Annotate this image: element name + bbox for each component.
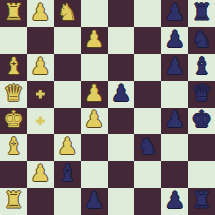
piece-yellow-pawn[interactable]: ♟ — [84, 28, 105, 51]
square-b5[interactable] — [27, 81, 54, 108]
square-e4[interactable] — [108, 108, 135, 135]
square-e2[interactable] — [108, 161, 135, 188]
square-b2[interactable]: ♟ — [27, 161, 54, 188]
square-a1[interactable]: ♜ — [0, 188, 27, 215]
piece-blue-pawn[interactable]: ♟ — [111, 82, 132, 105]
piece-yellow-rook[interactable]: ♜ — [3, 1, 24, 24]
square-g8[interactable]: ♟ — [161, 0, 188, 27]
piece-blue-bishop[interactable]: ♝ — [191, 55, 212, 78]
square-e6[interactable] — [108, 54, 135, 81]
move-hint-dot[interactable] — [36, 116, 45, 125]
piece-blue-bishop[interactable]: ♝ — [57, 162, 78, 185]
square-h7[interactable]: ♞ — [188, 27, 215, 54]
square-g7[interactable]: ♟ — [161, 27, 188, 54]
piece-blue-queen[interactable]: ♛ — [191, 82, 212, 105]
square-a2[interactable] — [0, 161, 27, 188]
piece-yellow-pawn[interactable]: ♟ — [30, 162, 51, 185]
square-a7[interactable] — [0, 27, 27, 54]
square-g4[interactable]: ♟ — [161, 108, 188, 135]
square-d5[interactable]: ♟ — [81, 81, 108, 108]
piece-blue-pawn[interactable]: ♟ — [164, 1, 185, 24]
square-b1[interactable] — [27, 188, 54, 215]
square-f6[interactable] — [134, 54, 161, 81]
square-e3[interactable] — [108, 134, 135, 161]
square-g2[interactable] — [161, 161, 188, 188]
piece-yellow-bishop[interactable]: ♝ — [3, 135, 24, 158]
square-h5[interactable]: ♛ — [188, 81, 215, 108]
piece-blue-rook[interactable]: ♜ — [191, 1, 212, 24]
square-d8[interactable] — [81, 0, 108, 27]
piece-yellow-pawn[interactable]: ♟ — [30, 1, 51, 24]
square-e5[interactable]: ♟ — [108, 81, 135, 108]
piece-yellow-pawn[interactable]: ♟ — [84, 108, 105, 131]
piece-yellow-rook[interactable]: ♜ — [3, 189, 24, 212]
square-b3[interactable] — [27, 134, 54, 161]
square-c1[interactable] — [54, 188, 81, 215]
square-h2[interactable] — [188, 161, 215, 188]
piece-blue-pawn[interactable]: ♟ — [164, 108, 185, 131]
square-c3[interactable]: ♟ — [54, 134, 81, 161]
square-d2[interactable] — [81, 161, 108, 188]
square-b8[interactable]: ♟ — [27, 0, 54, 27]
piece-yellow-bishop[interactable]: ♝ — [3, 55, 24, 78]
square-f1[interactable] — [134, 188, 161, 215]
square-c6[interactable] — [54, 54, 81, 81]
square-d4[interactable]: ♟ — [81, 108, 108, 135]
square-a5[interactable]: ♛ — [0, 81, 27, 108]
piece-yellow-pawn[interactable]: ♟ — [57, 135, 78, 158]
piece-blue-knight[interactable]: ♞ — [138, 135, 159, 158]
square-c4[interactable] — [54, 108, 81, 135]
square-c8[interactable]: ♞ — [54, 0, 81, 27]
square-f4[interactable] — [134, 108, 161, 135]
square-b4[interactable] — [27, 108, 54, 135]
chess-board: ♜♟♞♟♜♟♟♞♝♟♟♝♛♟♟♛♚♟♟♚♝♟♞♟♝♜♟♟♜ — [0, 0, 215, 215]
square-g3[interactable] — [161, 134, 188, 161]
square-h8[interactable]: ♜ — [188, 0, 215, 27]
square-c2[interactable]: ♝ — [54, 161, 81, 188]
square-d6[interactable] — [81, 54, 108, 81]
square-a6[interactable]: ♝ — [0, 54, 27, 81]
square-a4[interactable]: ♚ — [0, 108, 27, 135]
square-d7[interactable]: ♟ — [81, 27, 108, 54]
square-a8[interactable]: ♜ — [0, 0, 27, 27]
piece-blue-pawn[interactable]: ♟ — [164, 55, 185, 78]
piece-blue-rook[interactable]: ♜ — [191, 189, 212, 212]
square-h4[interactable]: ♚ — [188, 108, 215, 135]
piece-yellow-pawn[interactable]: ♟ — [84, 82, 105, 105]
square-d1[interactable]: ♟ — [81, 188, 108, 215]
square-f2[interactable] — [134, 161, 161, 188]
piece-blue-pawn[interactable]: ♟ — [84, 189, 105, 212]
square-c5[interactable] — [54, 81, 81, 108]
square-b7[interactable] — [27, 27, 54, 54]
piece-yellow-queen[interactable]: ♛ — [3, 82, 24, 105]
square-g5[interactable] — [161, 81, 188, 108]
square-g6[interactable]: ♟ — [161, 54, 188, 81]
square-g1[interactable]: ♟ — [161, 188, 188, 215]
piece-blue-knight[interactable]: ♞ — [191, 28, 212, 51]
piece-blue-king[interactable]: ♚ — [191, 108, 212, 131]
piece-yellow-king[interactable]: ♚ — [3, 108, 24, 131]
square-f3[interactable]: ♞ — [134, 134, 161, 161]
piece-yellow-knight[interactable]: ♞ — [57, 1, 78, 24]
square-h3[interactable] — [188, 134, 215, 161]
move-hint-dot[interactable] — [36, 90, 45, 99]
square-f7[interactable] — [134, 27, 161, 54]
square-a3[interactable]: ♝ — [0, 134, 27, 161]
piece-blue-pawn[interactable]: ♟ — [164, 28, 185, 51]
square-e1[interactable] — [108, 188, 135, 215]
square-f8[interactable] — [134, 0, 161, 27]
square-e8[interactable] — [108, 0, 135, 27]
square-f5[interactable] — [134, 81, 161, 108]
piece-blue-pawn[interactable]: ♟ — [164, 189, 185, 212]
piece-yellow-pawn[interactable]: ♟ — [30, 55, 51, 78]
square-d3[interactable] — [81, 134, 108, 161]
square-e7[interactable] — [108, 27, 135, 54]
square-h6[interactable]: ♝ — [188, 54, 215, 81]
square-c7[interactable] — [54, 27, 81, 54]
square-b6[interactable]: ♟ — [27, 54, 54, 81]
square-h1[interactable]: ♜ — [188, 188, 215, 215]
